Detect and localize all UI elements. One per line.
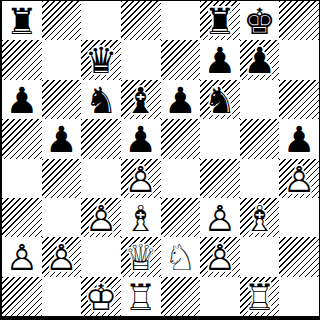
square-e5[interactable]: [161, 119, 201, 158]
black-pawn-glyph: ♟: [279, 119, 319, 158]
square-b5[interactable]: ♟♟: [42, 119, 82, 158]
square-h5[interactable]: ♟♟: [279, 119, 319, 158]
white-bishop-glyph: ♗: [121, 198, 161, 237]
black-bishop[interactable]: ♝♝: [121, 80, 161, 119]
square-e3[interactable]: [161, 198, 201, 237]
square-e4[interactable]: [161, 159, 201, 198]
black-pawn[interactable]: ♟♟: [240, 40, 280, 79]
black-rook-glyph: ♜: [2, 1, 42, 40]
white-knight[interactable]: ♞♘: [161, 237, 201, 276]
chess-board: ♜♜♜♜♚♚♛♛♟♟♟♟♟♟♞♞♝♝♟♟♞♞♟♟♟♟♟♟♟♙♟♙♟♙♝♗♟♙♝♗…: [0, 0, 320, 320]
square-a5[interactable]: [2, 119, 42, 158]
square-e8[interactable]: [161, 1, 201, 40]
square-b2[interactable]: ♟♙: [42, 237, 82, 276]
square-e2[interactable]: ♞♘: [161, 237, 201, 276]
square-a4[interactable]: [2, 159, 42, 198]
square-a7[interactable]: [2, 40, 42, 79]
square-d2[interactable]: ♛♕: [121, 237, 161, 276]
white-bishop-glyph: ♗: [240, 198, 280, 237]
black-rook-glyph: ♜: [200, 1, 240, 40]
black-pawn[interactable]: ♟♟: [121, 119, 161, 158]
black-pawn[interactable]: ♟♟: [2, 80, 42, 119]
white-bishop[interactable]: ♝♗: [121, 198, 161, 237]
square-d3[interactable]: ♝♗: [121, 198, 161, 237]
black-pawn[interactable]: ♟♟: [42, 119, 82, 158]
square-d1[interactable]: ♜♖: [121, 277, 161, 316]
white-pawn-glyph: ♙: [200, 198, 240, 237]
square-g6[interactable]: [240, 80, 280, 119]
square-d7[interactable]: [121, 40, 161, 79]
black-pawn-glyph: ♟: [200, 40, 240, 79]
square-h7[interactable]: [279, 40, 319, 79]
square-g3[interactable]: ♝♗: [240, 198, 280, 237]
white-pawn[interactable]: ♟♙: [200, 237, 240, 276]
white-king-glyph: ♔: [81, 277, 121, 316]
black-pawn-glyph: ♟: [42, 119, 82, 158]
square-c2[interactable]: [81, 237, 121, 276]
square-g7[interactable]: ♟♟: [240, 40, 280, 79]
square-d8[interactable]: [121, 1, 161, 40]
square-c3[interactable]: ♟♙: [81, 198, 121, 237]
square-a8[interactable]: ♜♜: [2, 1, 42, 40]
square-g5[interactable]: [240, 119, 280, 158]
square-c8[interactable]: [81, 1, 121, 40]
square-b1[interactable]: [42, 277, 82, 316]
white-rook-glyph: ♖: [121, 277, 161, 316]
black-rook[interactable]: ♜♜: [200, 1, 240, 40]
square-a2[interactable]: ♟♙: [2, 237, 42, 276]
square-g4[interactable]: [240, 159, 280, 198]
white-pawn[interactable]: ♟♙: [2, 237, 42, 276]
white-pawn-glyph: ♙: [81, 198, 121, 237]
square-f8[interactable]: ♜♜: [200, 1, 240, 40]
square-f4[interactable]: [200, 159, 240, 198]
white-pawn[interactable]: ♟♙: [279, 159, 319, 198]
black-rook[interactable]: ♜♜: [2, 1, 42, 40]
black-pawn-glyph: ♟: [121, 119, 161, 158]
square-e6[interactable]: ♟♟: [161, 80, 201, 119]
square-c7[interactable]: ♛♛: [81, 40, 121, 79]
square-d5[interactable]: ♟♟: [121, 119, 161, 158]
square-g2[interactable]: [240, 237, 280, 276]
white-knight-glyph: ♘: [161, 237, 201, 276]
chess-diagram: ♜♜♜♜♚♚♛♛♟♟♟♟♟♟♞♞♝♝♟♟♞♞♟♟♟♟♟♟♟♙♟♙♟♙♝♗♟♙♝♗…: [0, 0, 320, 320]
square-f3[interactable]: ♟♙: [200, 198, 240, 237]
white-pawn[interactable]: ♟♙: [200, 198, 240, 237]
black-pawn[interactable]: ♟♟: [200, 40, 240, 79]
white-king[interactable]: ♚♔: [81, 277, 121, 316]
square-c4[interactable]: [81, 159, 121, 198]
square-a1[interactable]: [2, 277, 42, 316]
black-queen[interactable]: ♛♛: [81, 40, 121, 79]
black-queen-glyph: ♛: [81, 40, 121, 79]
black-knight-glyph: ♞: [200, 80, 240, 119]
square-f2[interactable]: ♟♙: [200, 237, 240, 276]
black-king-glyph: ♚: [240, 1, 280, 40]
white-pawn-glyph: ♙: [42, 237, 82, 276]
square-b3[interactable]: [42, 198, 82, 237]
square-b7[interactable]: [42, 40, 82, 79]
black-pawn-glyph: ♟: [161, 80, 201, 119]
square-e1[interactable]: [161, 277, 201, 316]
square-f6[interactable]: ♞♞: [200, 80, 240, 119]
square-d6[interactable]: ♝♝: [121, 80, 161, 119]
white-pawn[interactable]: ♟♙: [42, 237, 82, 276]
white-pawn[interactable]: ♟♙: [121, 159, 161, 198]
square-e7[interactable]: [161, 40, 201, 79]
white-pawn[interactable]: ♟♙: [81, 198, 121, 237]
square-g1[interactable]: ♜♖: [240, 277, 280, 316]
white-pawn-glyph: ♙: [121, 159, 161, 198]
black-pawn[interactable]: ♟♟: [279, 119, 319, 158]
white-pawn-glyph: ♙: [200, 237, 240, 276]
black-knight[interactable]: ♞♞: [200, 80, 240, 119]
white-queen-glyph: ♕: [121, 237, 161, 276]
square-f7[interactable]: ♟♟: [200, 40, 240, 79]
white-pawn-glyph: ♙: [279, 159, 319, 198]
square-c6[interactable]: ♞♞: [81, 80, 121, 119]
white-pawn-glyph: ♙: [2, 237, 42, 276]
square-h1[interactable]: [279, 277, 319, 316]
square-h4[interactable]: ♟♙: [279, 159, 319, 198]
square-f1[interactable]: [200, 277, 240, 316]
black-pawn[interactable]: ♟♟: [161, 80, 201, 119]
black-knight-glyph: ♞: [81, 80, 121, 119]
square-c1[interactable]: ♚♔: [81, 277, 121, 316]
square-a6[interactable]: ♟♟: [2, 80, 42, 119]
white-queen[interactable]: ♛♕: [121, 237, 161, 276]
white-rook[interactable]: ♜♖: [240, 277, 280, 316]
white-rook[interactable]: ♜♖: [121, 277, 161, 316]
square-b8[interactable]: [42, 1, 82, 40]
white-bishop[interactable]: ♝♗: [240, 198, 280, 237]
square-c5[interactable]: [81, 119, 121, 158]
white-rook-glyph: ♖: [240, 277, 280, 316]
square-h8[interactable]: [279, 1, 319, 40]
black-knight[interactable]: ♞♞: [81, 80, 121, 119]
square-f5[interactable]: [200, 119, 240, 158]
black-pawn-glyph: ♟: [240, 40, 280, 79]
square-h6[interactable]: [279, 80, 319, 119]
square-h3[interactable]: [279, 198, 319, 237]
square-b4[interactable]: [42, 159, 82, 198]
square-g8[interactable]: ♚♚: [240, 1, 280, 40]
square-h2[interactable]: [279, 237, 319, 276]
black-pawn-glyph: ♟: [2, 80, 42, 119]
square-b6[interactable]: [42, 80, 82, 119]
black-king[interactable]: ♚♚: [240, 1, 280, 40]
black-bishop-glyph: ♝: [121, 80, 161, 119]
square-a3[interactable]: [2, 198, 42, 237]
square-d4[interactable]: ♟♙: [121, 159, 161, 198]
